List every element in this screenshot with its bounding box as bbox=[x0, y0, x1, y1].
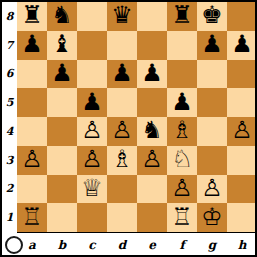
rank-label-6: 6 bbox=[2, 60, 17, 89]
rank-labels: 87654321 bbox=[2, 2, 17, 232]
square-h3[interactable] bbox=[227, 146, 257, 175]
square-a1[interactable]: ♖ bbox=[17, 203, 47, 232]
square-a3[interactable]: ♙ bbox=[17, 146, 47, 175]
square-e3[interactable]: ♙ bbox=[137, 146, 167, 175]
square-b7[interactable]: ♝ bbox=[47, 31, 77, 60]
square-b8[interactable]: ♞ bbox=[47, 2, 77, 31]
square-e7[interactable] bbox=[137, 31, 167, 60]
white-knight: ♘ bbox=[171, 147, 193, 171]
white-pawn: ♙ bbox=[111, 118, 133, 142]
square-h2[interactable] bbox=[227, 175, 257, 204]
file-label-a: a bbox=[17, 234, 47, 255]
black-knight: ♞ bbox=[51, 3, 73, 27]
white-pawn: ♙ bbox=[21, 147, 43, 171]
black-rook: ♜ bbox=[21, 3, 43, 27]
square-d3[interactable]: ♗ bbox=[107, 146, 137, 175]
rank-label-7: 7 bbox=[2, 31, 17, 60]
rank-label-3: 3 bbox=[2, 146, 17, 175]
white-king: ♔ bbox=[201, 205, 223, 229]
white-bishop: ♗ bbox=[171, 118, 193, 142]
square-e2[interactable] bbox=[137, 175, 167, 204]
black-pawn: ♟ bbox=[51, 61, 73, 85]
square-b5[interactable] bbox=[47, 88, 77, 117]
square-c4[interactable]: ♙ bbox=[77, 117, 107, 146]
file-label-b: b bbox=[47, 234, 77, 255]
black-king: ♚ bbox=[201, 3, 223, 27]
square-c7[interactable] bbox=[77, 31, 107, 60]
black-pawn: ♟ bbox=[21, 32, 43, 56]
square-f4[interactable]: ♗ bbox=[167, 117, 197, 146]
square-g8[interactable]: ♚ bbox=[197, 2, 227, 31]
square-e5[interactable] bbox=[137, 88, 167, 117]
black-bishop: ♝ bbox=[51, 32, 73, 56]
square-c6[interactable] bbox=[77, 60, 107, 89]
square-a6[interactable] bbox=[17, 60, 47, 89]
square-e1[interactable] bbox=[137, 203, 167, 232]
square-d6[interactable]: ♟ bbox=[107, 60, 137, 89]
square-b3[interactable] bbox=[47, 146, 77, 175]
square-g1[interactable]: ♔ bbox=[197, 203, 227, 232]
black-pawn: ♟ bbox=[141, 61, 163, 85]
file-label-c: c bbox=[77, 234, 107, 255]
square-h7[interactable]: ♟ bbox=[227, 31, 257, 60]
rank-label-2: 2 bbox=[2, 175, 17, 204]
black-pawn: ♟ bbox=[171, 90, 193, 114]
square-g7[interactable]: ♟ bbox=[197, 31, 227, 60]
rank-label-1: 1 bbox=[2, 203, 17, 232]
black-rook: ♜ bbox=[171, 3, 193, 27]
square-h1[interactable] bbox=[227, 203, 257, 232]
square-h8[interactable] bbox=[227, 2, 257, 31]
file-label-g: g bbox=[197, 234, 227, 255]
square-c1[interactable] bbox=[77, 203, 107, 232]
square-g6[interactable] bbox=[197, 60, 227, 89]
square-g5[interactable] bbox=[197, 88, 227, 117]
square-f1[interactable]: ♖ bbox=[167, 203, 197, 232]
square-e4[interactable]: ♞ bbox=[137, 117, 167, 146]
square-d8[interactable]: ♛ bbox=[107, 2, 137, 31]
black-pawn: ♟ bbox=[111, 61, 133, 85]
black-pawn: ♟ bbox=[81, 90, 103, 114]
square-f6[interactable] bbox=[167, 60, 197, 89]
square-a8[interactable]: ♜ bbox=[17, 2, 47, 31]
rank-label-4: 4 bbox=[2, 117, 17, 146]
square-d1[interactable] bbox=[107, 203, 137, 232]
file-label-e: e bbox=[137, 234, 167, 255]
square-h5[interactable] bbox=[227, 88, 257, 117]
square-a7[interactable]: ♟ bbox=[17, 31, 47, 60]
white-pawn: ♙ bbox=[81, 118, 103, 142]
black-pawn: ♟ bbox=[231, 32, 253, 56]
square-g4[interactable] bbox=[197, 117, 227, 146]
square-c8[interactable] bbox=[77, 2, 107, 31]
square-e6[interactable]: ♟ bbox=[137, 60, 167, 89]
square-h6[interactable] bbox=[227, 60, 257, 89]
square-g3[interactable] bbox=[197, 146, 227, 175]
square-b4[interactable] bbox=[47, 117, 77, 146]
white-bishop: ♗ bbox=[111, 147, 133, 171]
file-label-f: f bbox=[167, 234, 197, 255]
square-f2[interactable]: ♙ bbox=[167, 175, 197, 204]
white-queen: ♕ bbox=[81, 176, 103, 200]
square-a4[interactable] bbox=[17, 117, 47, 146]
square-e8[interactable] bbox=[137, 2, 167, 31]
square-d2[interactable] bbox=[107, 175, 137, 204]
rank-label-8: 8 bbox=[2, 2, 17, 31]
white-pawn: ♙ bbox=[171, 176, 193, 200]
white-rook: ♖ bbox=[171, 205, 193, 229]
square-f8[interactable]: ♜ bbox=[167, 2, 197, 31]
square-h4[interactable]: ♙ bbox=[227, 117, 257, 146]
black-queen: ♛ bbox=[111, 3, 133, 27]
file-label-d: d bbox=[107, 234, 137, 255]
white-pawn: ♙ bbox=[231, 118, 253, 142]
white-pawn: ♙ bbox=[141, 147, 163, 171]
chess-board[interactable]: ♜♞♛♜♚♟♝♟♟♟♟♟♟♟♙♙♞♗♙♙♙♗♙♘♕♙♙♖♖♔ bbox=[17, 2, 257, 233]
square-b1[interactable] bbox=[47, 203, 77, 232]
square-c5[interactable]: ♟ bbox=[77, 88, 107, 117]
square-a2[interactable] bbox=[17, 175, 47, 204]
square-d5[interactable] bbox=[107, 88, 137, 117]
white-pawn: ♙ bbox=[81, 147, 103, 171]
square-f3[interactable]: ♘ bbox=[167, 146, 197, 175]
square-f7[interactable] bbox=[167, 31, 197, 60]
square-c3[interactable]: ♙ bbox=[77, 146, 107, 175]
white-pawn: ♙ bbox=[201, 176, 223, 200]
square-g2[interactable]: ♙ bbox=[197, 175, 227, 204]
rank-label-5: 5 bbox=[2, 88, 17, 117]
square-c2[interactable]: ♕ bbox=[77, 175, 107, 204]
square-d7[interactable] bbox=[107, 31, 137, 60]
square-f5[interactable]: ♟ bbox=[167, 88, 197, 117]
black-knight: ♞ bbox=[141, 118, 163, 142]
square-d4[interactable]: ♙ bbox=[107, 117, 137, 146]
square-b6[interactable]: ♟ bbox=[47, 60, 77, 89]
white-rook: ♖ bbox=[21, 205, 43, 229]
chess-diagram: 87654321 ♜♞♛♜♚♟♝♟♟♟♟♟♟♟♙♙♞♗♙♙♙♗♙♘♕♙♙♖♖♔ … bbox=[0, 0, 257, 257]
black-pawn: ♟ bbox=[201, 32, 223, 56]
square-b2[interactable] bbox=[47, 175, 77, 204]
square-a5[interactable] bbox=[17, 88, 47, 117]
file-labels: abcdefgh bbox=[17, 234, 257, 255]
file-label-h: h bbox=[227, 234, 257, 255]
